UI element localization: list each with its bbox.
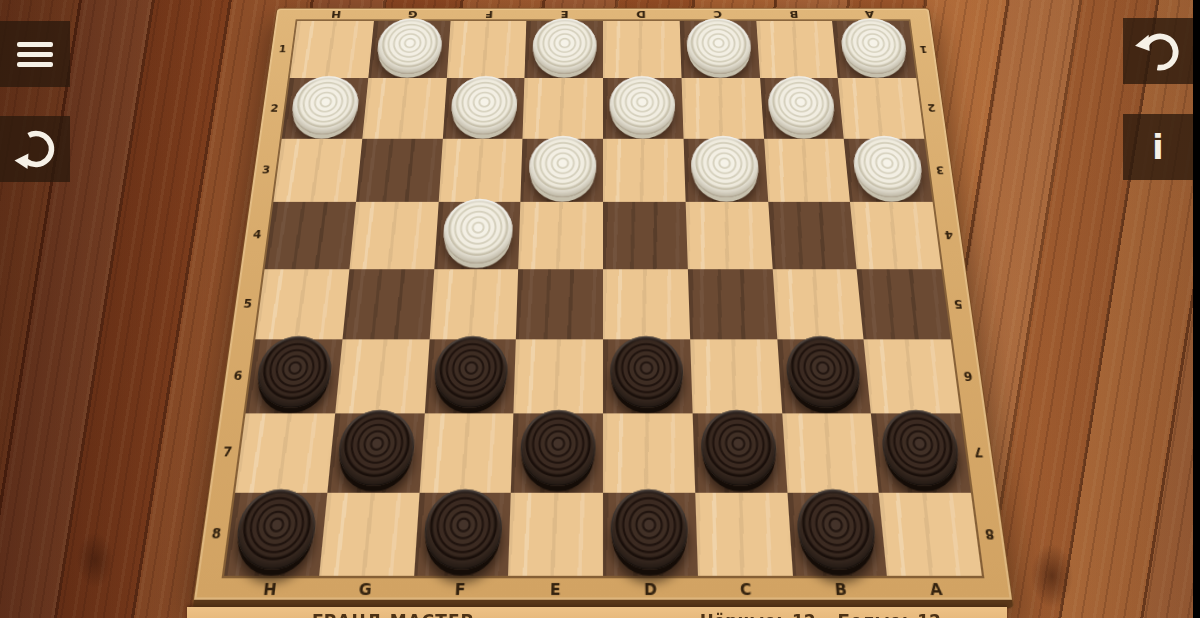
white-piece-E1[interactable] (532, 19, 597, 74)
board-squares (224, 21, 982, 576)
square-F5[interactable] (429, 269, 518, 339)
undo-button[interactable] (1123, 18, 1193, 84)
hamburger-icon (17, 42, 53, 67)
white-piece-F2[interactable] (450, 76, 518, 134)
square-D6[interactable] (603, 339, 692, 413)
menu-button[interactable] (0, 21, 70, 87)
square-E2[interactable] (523, 78, 603, 138)
square-B4[interactable] (768, 202, 857, 269)
white-piece-H2[interactable] (289, 76, 361, 134)
square-G2[interactable] (362, 78, 446, 138)
black-piece-D6[interactable] (611, 336, 685, 408)
square-C8[interactable] (695, 492, 792, 575)
square-A4[interactable] (850, 202, 941, 269)
square-C4[interactable] (685, 202, 772, 269)
black-piece-B8[interactable] (795, 489, 879, 569)
square-H8[interactable] (224, 492, 327, 575)
square-F7[interactable] (419, 414, 514, 493)
square-F6[interactable] (424, 339, 516, 413)
square-E1[interactable] (525, 21, 603, 78)
file-labels-top: HGFEDCBA (297, 9, 908, 21)
square-H7[interactable] (235, 414, 335, 493)
file-top-label-D: D (603, 9, 679, 21)
square-E7[interactable] (511, 414, 603, 493)
white-piece-C3[interactable] (690, 136, 760, 197)
square-G3[interactable] (356, 139, 443, 202)
square-F1[interactable] (446, 21, 526, 78)
square-D7[interactable] (603, 414, 695, 493)
square-G7[interactable] (327, 414, 424, 493)
info-button[interactable]: i (1123, 114, 1193, 180)
square-H6[interactable] (246, 339, 343, 413)
square-A2[interactable] (838, 78, 924, 138)
file-top-label-H: H (297, 9, 375, 21)
checkers-board: HGFEDCBA HGFEDCBA 12345678 12345678 (192, 8, 1015, 608)
square-B6[interactable] (777, 339, 871, 413)
square-G5[interactable] (342, 269, 434, 339)
rotate-board-button[interactable] (0, 116, 70, 182)
white-count-value: 12 (917, 611, 941, 618)
file-top-label-B: B (755, 9, 832, 21)
white-piece-D2[interactable] (610, 76, 676, 134)
black-piece-A7[interactable] (879, 410, 963, 486)
square-G4[interactable] (349, 202, 438, 269)
square-D4[interactable] (603, 202, 688, 269)
square-E8[interactable] (508, 492, 603, 575)
square-C3[interactable] (683, 139, 767, 202)
black-piece-F6[interactable] (432, 336, 508, 408)
white-piece-A3[interactable] (851, 136, 925, 197)
square-B1[interactable] (756, 21, 838, 78)
file-bottom-label-G: G (317, 577, 414, 600)
black-piece-E7[interactable] (519, 410, 595, 486)
black-count-value: 12 (792, 611, 816, 618)
square-C7[interactable] (692, 414, 787, 493)
square-E5[interactable] (516, 269, 603, 339)
square-C6[interactable] (690, 339, 782, 413)
square-E3[interactable] (521, 139, 603, 202)
rotate-icon (11, 125, 59, 173)
black-piece-D8[interactable] (611, 489, 689, 569)
file-bottom-label-H: H (221, 577, 319, 600)
screen-edge-strip (1193, 0, 1200, 618)
square-F3[interactable] (438, 139, 522, 202)
square-A6[interactable] (864, 339, 961, 413)
difficulty-level-label: ГРАНД МАСТЕР (312, 611, 474, 618)
file-bottom-label-F: F (412, 577, 508, 600)
white-piece-B2[interactable] (766, 76, 836, 134)
square-F2[interactable] (442, 78, 524, 138)
square-D1[interactable] (603, 21, 681, 78)
white-piece-A1[interactable] (839, 19, 909, 74)
status-bar: ГРАНД МАСТЕР Чёрные: 12 Белые: 12 (187, 607, 1007, 618)
file-top-label-F: F (450, 9, 527, 21)
square-F4[interactable] (434, 202, 521, 269)
square-B2[interactable] (760, 78, 844, 138)
square-F8[interactable] (414, 492, 511, 575)
square-D2[interactable] (603, 78, 683, 138)
square-B8[interactable] (787, 492, 887, 575)
white-count-label: Белые: (838, 611, 909, 618)
square-D5[interactable] (603, 269, 690, 339)
undo-icon (1133, 26, 1183, 76)
black-piece-C7[interactable] (700, 410, 779, 486)
file-labels-bottom: HGFEDCBA (221, 577, 985, 600)
square-B5[interactable] (772, 269, 864, 339)
black-piece-G7[interactable] (336, 410, 417, 486)
square-D8[interactable] (603, 492, 698, 575)
black-count-label: Чёрные: (700, 611, 783, 618)
white-piece-E3[interactable] (528, 136, 596, 197)
square-H5[interactable] (255, 269, 349, 339)
file-bottom-label-D: D (603, 577, 698, 600)
square-A1[interactable] (832, 21, 916, 78)
square-H2[interactable] (282, 78, 368, 138)
square-E6[interactable] (514, 339, 603, 413)
black-piece-B6[interactable] (784, 336, 863, 408)
info-icon: i (1152, 131, 1163, 164)
square-A8[interactable] (879, 492, 982, 575)
file-bottom-label-C: C (698, 577, 794, 600)
white-piece-G1[interactable] (375, 19, 443, 74)
file-bottom-label-E: E (508, 577, 603, 600)
black-piece-F8[interactable] (422, 489, 503, 569)
white-piece-C1[interactable] (686, 19, 753, 74)
square-G6[interactable] (335, 339, 429, 413)
square-A5[interactable] (857, 269, 951, 339)
square-H3[interactable] (273, 139, 362, 202)
black-piece-H6[interactable] (254, 336, 335, 408)
white-piece-F4[interactable] (441, 199, 513, 263)
file-bottom-label-B: B (792, 577, 889, 600)
file-bottom-label-A: A (887, 577, 985, 600)
square-H1[interactable] (290, 21, 374, 78)
square-G8[interactable] (319, 492, 419, 575)
square-D3[interactable] (603, 139, 685, 202)
square-H4[interactable] (265, 202, 356, 269)
board-frame: HGFEDCBA HGFEDCBA 12345678 12345678 (192, 8, 1015, 608)
square-A7[interactable] (871, 414, 971, 493)
square-B7[interactable] (782, 414, 879, 493)
square-E4[interactable] (518, 202, 603, 269)
square-B3[interactable] (764, 139, 851, 202)
square-C2[interactable] (681, 78, 763, 138)
square-C5[interactable] (688, 269, 777, 339)
square-C1[interactable] (679, 21, 759, 78)
piece-counts: Чёрные: 12 Белые: 12 (700, 611, 963, 618)
square-A3[interactable] (844, 139, 933, 202)
black-piece-H8[interactable] (233, 489, 319, 569)
square-G1[interactable] (368, 21, 450, 78)
